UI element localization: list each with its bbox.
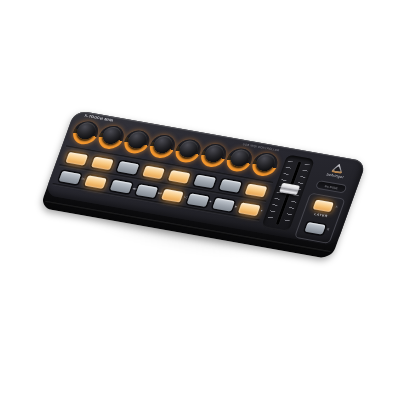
bottom-button-cell-15: ▶ xyxy=(212,198,234,212)
layer-label: LAYER xyxy=(311,212,331,218)
layer-b-button[interactable] xyxy=(305,222,326,235)
bottom-button-cell-12: ▶▶ xyxy=(135,184,157,198)
top-button-cell-6 xyxy=(193,175,215,189)
bottom-button-cell-16: ● xyxy=(237,202,259,216)
button-8[interactable] xyxy=(244,184,266,198)
behringer-logo: behringer xyxy=(313,160,360,183)
button-14[interactable] xyxy=(186,193,208,207)
top-button-cell-5 xyxy=(167,170,189,184)
button-15[interactable] xyxy=(212,198,234,212)
top-button-cell-2 xyxy=(91,156,113,170)
top-button-cell-8 xyxy=(244,184,266,198)
top-button-cell-3 xyxy=(116,161,138,175)
button-13[interactable] xyxy=(161,189,183,203)
button-12[interactable] xyxy=(135,184,157,198)
bottom-button-cell-9: MC xyxy=(58,171,80,185)
button-9[interactable] xyxy=(58,171,80,185)
bottom-button-cell-13: LOOP xyxy=(161,189,183,203)
top-button-cell-1 xyxy=(65,152,87,166)
button-5[interactable] xyxy=(167,170,189,184)
bottom-button-cell-14: ■ xyxy=(186,193,208,207)
button-16[interactable] xyxy=(237,202,259,216)
mc-mode-button[interactable]: MC MODE xyxy=(315,180,348,194)
button-6[interactable] xyxy=(193,175,215,189)
button-3[interactable] xyxy=(116,161,138,175)
fader-handle[interactable] xyxy=(279,183,300,196)
button-15-label: ▶ xyxy=(234,204,237,208)
top-button-cell-4 xyxy=(142,165,164,179)
layer-a-button[interactable] xyxy=(313,200,334,213)
layer-section: LAYER A B xyxy=(294,193,346,244)
bottom-button-cell-11: ◀◀ xyxy=(109,180,131,194)
top-button-cell-7 xyxy=(219,179,241,193)
button-2[interactable] xyxy=(91,156,113,170)
button-14-label: ■ xyxy=(209,199,212,202)
encoder-knob-8[interactable] xyxy=(249,151,281,178)
button-4[interactable] xyxy=(142,165,164,179)
bottom-button-cell-10 xyxy=(84,175,106,189)
button-16-label: ● xyxy=(260,208,263,211)
button-7[interactable] xyxy=(219,179,241,193)
layer-b-tag: B xyxy=(326,228,329,231)
behringer-emblem-icon xyxy=(331,163,345,174)
button-11[interactable] xyxy=(109,180,131,194)
layer-a-tag: A xyxy=(335,205,338,208)
mc-mode-label: MC MODE xyxy=(324,184,338,190)
button-1[interactable] xyxy=(65,152,87,166)
product-photo-scene: X-TOUCH MINI USB MIDI CONTROLLER MC◀◀▶▶L… xyxy=(0,0,400,400)
button-10[interactable] xyxy=(84,175,106,189)
